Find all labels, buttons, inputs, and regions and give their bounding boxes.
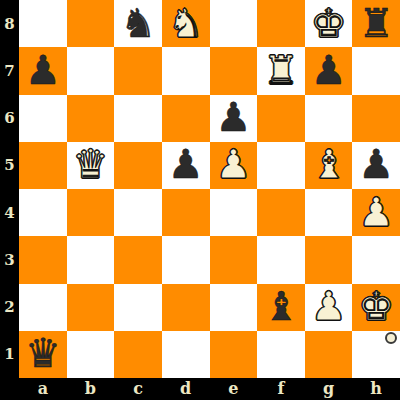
white-rook[interactable]: ♜ (263, 50, 299, 90)
square-g8[interactable]: ♚ (305, 0, 353, 47)
black-pawn[interactable]: ♟ (215, 97, 251, 137)
square-b4[interactable] (67, 189, 115, 236)
black-pawn[interactable]: ♟ (358, 144, 394, 184)
square-g5[interactable]: ♝ (305, 142, 353, 189)
white-king[interactable]: ♚ (358, 286, 394, 326)
square-a6[interactable] (19, 95, 67, 142)
square-c3[interactable] (114, 236, 162, 283)
file-label-c: c (114, 378, 162, 400)
square-d4[interactable] (162, 189, 210, 236)
rank-label-5: 5 (0, 142, 19, 189)
square-g3[interactable] (305, 236, 353, 283)
square-e4[interactable] (210, 189, 258, 236)
white-queen[interactable]: ♛ (73, 144, 109, 184)
square-h1[interactable] (352, 331, 400, 378)
square-d6[interactable] (162, 95, 210, 142)
square-f1[interactable] (257, 331, 305, 378)
square-e3[interactable] (210, 236, 258, 283)
square-c6[interactable] (114, 95, 162, 142)
square-a7[interactable]: ♟ (19, 47, 67, 94)
square-e8[interactable] (210, 0, 258, 47)
square-d7[interactable] (162, 47, 210, 94)
black-queen[interactable]: ♛ (25, 333, 61, 373)
square-h8[interactable]: ♜ (352, 0, 400, 47)
file-label-d: d (162, 378, 210, 400)
square-c8[interactable]: ♞ (114, 0, 162, 47)
square-b5[interactable]: ♛ (67, 142, 115, 189)
rank-label-8: 8 (0, 0, 19, 47)
square-h2[interactable]: ♚ (352, 284, 400, 331)
square-c5[interactable] (114, 142, 162, 189)
square-a4[interactable] (19, 189, 67, 236)
black-pawn[interactable]: ♟ (168, 144, 204, 184)
square-c7[interactable] (114, 47, 162, 94)
square-h7[interactable] (352, 47, 400, 94)
black-pawn[interactable]: ♟ (311, 50, 347, 90)
square-g7[interactable]: ♟ (305, 47, 353, 94)
file-label-e: e (210, 378, 258, 400)
square-d3[interactable] (162, 236, 210, 283)
white-knight[interactable]: ♞ (168, 3, 204, 43)
square-b1[interactable] (67, 331, 115, 378)
square-d1[interactable] (162, 331, 210, 378)
square-e2[interactable] (210, 284, 258, 331)
square-b7[interactable] (67, 47, 115, 94)
file-label-g: g (305, 378, 353, 400)
square-e1[interactable] (210, 331, 258, 378)
rank-label-1: 1 (0, 331, 19, 378)
square-f7[interactable]: ♜ (257, 47, 305, 94)
square-a2[interactable] (19, 284, 67, 331)
square-f3[interactable] (257, 236, 305, 283)
white-king[interactable]: ♚ (311, 3, 347, 43)
square-a1[interactable]: ♛ (19, 331, 67, 378)
square-g2[interactable]: ♟ (305, 284, 353, 331)
hint-circle-marker (385, 332, 397, 344)
square-b8[interactable] (67, 0, 115, 47)
square-f8[interactable] (257, 0, 305, 47)
square-e5[interactable]: ♟ (210, 142, 258, 189)
square-e7[interactable] (210, 47, 258, 94)
rank-label-4: 4 (0, 189, 19, 236)
square-d5[interactable]: ♟ (162, 142, 210, 189)
square-f2[interactable]: ♝ (257, 284, 305, 331)
square-b6[interactable] (67, 95, 115, 142)
square-d8[interactable]: ♞ (162, 0, 210, 47)
file-label-b: b (67, 378, 115, 400)
rank-label-2: 2 (0, 284, 19, 331)
rank-labels: 87654321 (0, 0, 19, 378)
rank-label-6: 6 (0, 95, 19, 142)
square-f6[interactable] (257, 95, 305, 142)
square-f4[interactable] (257, 189, 305, 236)
white-pawn[interactable]: ♟ (358, 192, 394, 232)
white-pawn[interactable]: ♟ (215, 144, 251, 184)
black-rook[interactable]: ♜ (358, 3, 394, 43)
square-b3[interactable] (67, 236, 115, 283)
square-c1[interactable] (114, 331, 162, 378)
black-knight[interactable]: ♞ (120, 3, 156, 43)
file-label-a: a (19, 378, 67, 400)
white-bishop[interactable]: ♝ (311, 144, 347, 184)
square-g4[interactable] (305, 189, 353, 236)
square-f5[interactable] (257, 142, 305, 189)
square-g1[interactable] (305, 331, 353, 378)
square-g6[interactable] (305, 95, 353, 142)
black-pawn[interactable]: ♟ (25, 50, 61, 90)
file-labels: abcdefgh (19, 378, 400, 400)
square-b2[interactable] (67, 284, 115, 331)
square-h3[interactable] (352, 236, 400, 283)
square-c4[interactable] (114, 189, 162, 236)
black-bishop[interactable]: ♝ (263, 286, 299, 326)
square-a3[interactable] (19, 236, 67, 283)
square-c2[interactable] (114, 284, 162, 331)
chessboard-frame: 87654321 ♞♞♚♜♟♜♟♟♛♟♟♝♟♟♝♟♚♛ abcdefgh (0, 0, 400, 400)
square-h5[interactable]: ♟ (352, 142, 400, 189)
white-pawn[interactable]: ♟ (311, 286, 347, 326)
square-d2[interactable] (162, 284, 210, 331)
square-a5[interactable] (19, 142, 67, 189)
square-h6[interactable] (352, 95, 400, 142)
file-label-f: f (257, 378, 305, 400)
rank-label-3: 3 (0, 236, 19, 283)
file-label-h: h (352, 378, 400, 400)
square-a8[interactable] (19, 0, 67, 47)
rank-label-7: 7 (0, 47, 19, 94)
square-h4[interactable]: ♟ (352, 189, 400, 236)
square-e6[interactable]: ♟ (210, 95, 258, 142)
board: ♞♞♚♜♟♜♟♟♛♟♟♝♟♟♝♟♚♛ (19, 0, 400, 378)
